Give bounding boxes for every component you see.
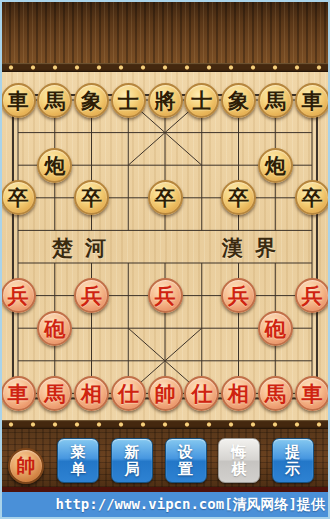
turn-indicator-char: 帥 <box>17 453 36 479</box>
piece-char: 仕 <box>118 383 139 404</box>
piece-char: 象 <box>228 90 249 111</box>
button-label-char: 棋 <box>232 461 247 478</box>
piece-char: 砲 <box>265 318 286 339</box>
bottom-nail-strip <box>0 420 330 429</box>
piece-red-advisor[interactable]: 仕 <box>111 376 146 411</box>
piece-black-general[interactable]: 將 <box>148 83 183 118</box>
piece-char: 兵 <box>228 285 249 306</box>
top-wood-panel <box>0 0 330 63</box>
piece-char: 兵 <box>302 285 323 306</box>
piece-char: 帥 <box>155 383 176 404</box>
piece-char: 仕 <box>191 383 212 404</box>
piece-char: 炮 <box>265 155 286 176</box>
button-label-char: 菜 <box>71 444 86 461</box>
menu-button[interactable]: 菜单 <box>57 438 99 483</box>
piece-char: 卒 <box>81 187 102 208</box>
button-label-char: 悔 <box>232 444 247 461</box>
piece-char: 象 <box>81 90 102 111</box>
button-label-char: 示 <box>285 461 300 478</box>
river-label-left: 楚河 <box>52 234 118 262</box>
piece-red-soldier[interactable]: 兵 <box>148 278 183 313</box>
piece-red-cannon[interactable]: 砲 <box>258 311 293 346</box>
piece-red-general[interactable]: 帥 <box>148 376 183 411</box>
button-label-char: 置 <box>178 461 193 478</box>
button-label-char: 局 <box>125 461 140 478</box>
piece-char: 兵 <box>155 285 176 306</box>
piece-red-horse[interactable]: 馬 <box>37 376 72 411</box>
piece-char: 相 <box>81 383 102 404</box>
piece-char: 炮 <box>44 155 65 176</box>
piece-char: 士 <box>191 90 212 111</box>
url-bar: http://www.vipcn.com[清风网络]提供 <box>0 492 330 517</box>
turn-indicator-piece: 帥 <box>8 448 44 484</box>
piece-black-advisor[interactable]: 士 <box>184 83 219 118</box>
piece-char: 兵 <box>8 285 29 306</box>
piece-black-soldier[interactable]: 卒 <box>295 180 330 215</box>
piece-black-chariot[interactable]: 車 <box>1 83 36 118</box>
piece-black-soldier[interactable]: 卒 <box>148 180 183 215</box>
piece-char: 兵 <box>81 285 102 306</box>
top-nail-strip <box>0 63 330 72</box>
piece-char: 卒 <box>155 187 176 208</box>
piece-black-chariot[interactable]: 車 <box>295 83 330 118</box>
piece-red-advisor[interactable]: 仕 <box>184 376 219 411</box>
piece-black-cannon[interactable]: 炮 <box>37 148 72 183</box>
piece-black-horse[interactable]: 馬 <box>37 83 72 118</box>
button-label-char: 提 <box>285 444 300 461</box>
piece-red-soldier[interactable]: 兵 <box>221 278 256 313</box>
piece-black-elephant[interactable]: 象 <box>74 83 109 118</box>
piece-red-horse[interactable]: 馬 <box>258 376 293 411</box>
piece-red-cannon[interactable]: 砲 <box>37 311 72 346</box>
piece-char: 馬 <box>265 383 286 404</box>
piece-red-elephant[interactable]: 相 <box>221 376 256 411</box>
piece-red-chariot[interactable]: 車 <box>295 376 330 411</box>
piece-black-advisor[interactable]: 士 <box>111 83 146 118</box>
piece-black-cannon[interactable]: 炮 <box>258 148 293 183</box>
piece-char: 馬 <box>44 90 65 111</box>
new-game-button[interactable]: 新局 <box>111 438 153 483</box>
piece-char: 車 <box>302 90 323 111</box>
toolbar-panel: 帥 菜单新局设置悔棋提示 <box>0 429 330 487</box>
piece-black-soldier[interactable]: 卒 <box>1 180 36 215</box>
piece-char: 將 <box>155 90 176 111</box>
button-label-char: 设 <box>178 444 193 461</box>
piece-red-chariot[interactable]: 車 <box>1 376 36 411</box>
piece-char: 卒 <box>302 187 323 208</box>
piece-char: 士 <box>118 90 139 111</box>
piece-char: 車 <box>8 383 29 404</box>
piece-red-soldier[interactable]: 兵 <box>295 278 330 313</box>
piece-char: 馬 <box>265 90 286 111</box>
button-label-char: 单 <box>71 461 86 478</box>
url-text: http://www.vipcn.com[清风网络]提供 <box>56 496 325 514</box>
piece-char: 相 <box>228 383 249 404</box>
piece-char: 馬 <box>44 383 65 404</box>
piece-red-elephant[interactable]: 相 <box>74 376 109 411</box>
settings-button[interactable]: 设置 <box>165 438 207 483</box>
piece-black-horse[interactable]: 馬 <box>258 83 293 118</box>
hint-button[interactable]: 提示 <box>272 438 314 483</box>
button-label-char: 新 <box>125 444 140 461</box>
piece-char: 車 <box>8 90 29 111</box>
xiangqi-app: 楚河 漢界 車馬象士將士象馬車炮炮卒卒卒卒卒兵兵兵兵兵砲砲車馬相仕帥仕相馬車 帥… <box>0 0 330 519</box>
undo-button[interactable]: 悔棋 <box>218 438 260 483</box>
piece-char: 卒 <box>8 187 29 208</box>
piece-red-soldier[interactable]: 兵 <box>74 278 109 313</box>
piece-black-elephant[interactable]: 象 <box>221 83 256 118</box>
piece-char: 卒 <box>228 187 249 208</box>
piece-char: 車 <box>302 383 323 404</box>
piece-char: 砲 <box>44 318 65 339</box>
xiangqi-board[interactable]: 楚河 漢界 車馬象士將士象馬車炮炮卒卒卒卒卒兵兵兵兵兵砲砲車馬相仕帥仕相馬車 <box>0 72 330 420</box>
piece-red-soldier[interactable]: 兵 <box>1 278 36 313</box>
river-label-right: 漢界 <box>222 234 288 262</box>
